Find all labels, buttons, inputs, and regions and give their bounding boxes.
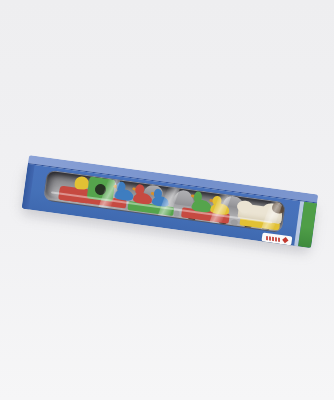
coupling (173, 210, 180, 217)
box-left-edge (22, 164, 35, 210)
brand-wordmark (266, 235, 281, 241)
coupling (230, 219, 238, 226)
bird-beak (151, 191, 157, 195)
brand-logo-icon (282, 237, 288, 243)
bird-beak (132, 187, 138, 191)
locomotive-funnel (74, 176, 88, 189)
bird-beak (209, 199, 215, 203)
studio-background (0, 0, 334, 400)
bird-beak (191, 194, 198, 199)
